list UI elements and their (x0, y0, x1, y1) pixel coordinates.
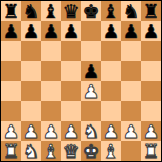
piece-white-pawn: ♟ (2, 121, 19, 141)
square-d8[interactable]: ♛ (61, 1, 81, 21)
square-g3[interactable] (121, 101, 141, 121)
square-g7[interactable]: ♟ (121, 21, 141, 41)
square-g6[interactable] (121, 41, 141, 61)
square-d7[interactable]: ♟ (61, 21, 81, 41)
square-e3[interactable] (81, 101, 101, 121)
square-f8[interactable]: ♝ (101, 1, 121, 21)
square-h6[interactable] (141, 41, 161, 61)
square-e4[interactable]: ♟ (81, 81, 101, 101)
square-e6[interactable] (81, 41, 101, 61)
square-g1[interactable] (121, 141, 141, 161)
square-a7[interactable]: ♟ (1, 21, 21, 41)
square-c8[interactable]: ♝ (41, 1, 61, 21)
square-h4[interactable] (141, 81, 161, 101)
piece-white-pawn: ♟ (142, 121, 159, 141)
square-d5[interactable] (61, 61, 81, 81)
square-d1[interactable]: ♛ (61, 141, 81, 161)
piece-black-pawn: ♟ (2, 21, 19, 41)
piece-black-knight: ♞ (22, 1, 39, 21)
square-h2[interactable]: ♟ (141, 121, 161, 141)
piece-black-rook: ♜ (142, 1, 159, 21)
piece-black-knight: ♞ (122, 1, 139, 21)
square-a8[interactable]: ♜ (1, 1, 21, 21)
square-c5[interactable] (41, 61, 61, 81)
square-e8[interactable]: ♚ (81, 1, 101, 21)
square-b8[interactable]: ♞ (21, 1, 41, 21)
square-f2[interactable]: ♟ (101, 121, 121, 141)
piece-white-king: ♚ (82, 141, 99, 161)
piece-white-pawn: ♟ (102, 121, 119, 141)
square-f3[interactable] (101, 101, 121, 121)
square-e7[interactable] (81, 21, 101, 41)
square-a5[interactable] (1, 61, 21, 81)
square-a4[interactable] (1, 81, 21, 101)
square-c1[interactable]: ♝ (41, 141, 61, 161)
square-b5[interactable] (21, 61, 41, 81)
square-f5[interactable] (101, 61, 121, 81)
square-f6[interactable] (101, 41, 121, 61)
piece-white-pawn: ♟ (42, 121, 59, 141)
piece-black-pawn: ♟ (122, 21, 139, 41)
piece-white-pawn: ♟ (22, 121, 39, 141)
square-d4[interactable] (61, 81, 81, 101)
square-f4[interactable] (101, 81, 121, 101)
piece-black-pawn: ♟ (82, 61, 99, 81)
square-d2[interactable]: ♟ (61, 121, 81, 141)
piece-white-rook: ♜ (142, 141, 159, 161)
piece-black-bishop: ♝ (42, 1, 59, 21)
square-g5[interactable] (121, 61, 141, 81)
square-b1[interactable]: ♞ (21, 141, 41, 161)
square-b7[interactable]: ♟ (21, 21, 41, 41)
square-f1[interactable]: ♝ (101, 141, 121, 161)
square-a6[interactable] (1, 41, 21, 61)
square-e2[interactable]: ♞ (81, 121, 101, 141)
square-a3[interactable] (1, 101, 21, 121)
square-c2[interactable]: ♟ (41, 121, 61, 141)
piece-black-bishop: ♝ (102, 1, 119, 21)
square-c7[interactable]: ♟ (41, 21, 61, 41)
square-b2[interactable]: ♟ (21, 121, 41, 141)
piece-black-pawn: ♟ (142, 21, 159, 41)
chess-board: ♜♞♝♛♚♝♞♜♟♟♟♟♟♟♟♟♟♟♟♟♟♞♟♟♟♜♞♝♛♚♝♜ (0, 0, 162, 162)
piece-black-rook: ♜ (2, 1, 19, 21)
square-c3[interactable] (41, 101, 61, 121)
piece-black-pawn: ♟ (62, 21, 79, 41)
square-d6[interactable] (61, 41, 81, 61)
piece-black-pawn: ♟ (42, 21, 59, 41)
square-c4[interactable] (41, 81, 61, 101)
square-e1[interactable]: ♚ (81, 141, 101, 161)
piece-white-bishop: ♝ (102, 141, 119, 161)
square-a2[interactable]: ♟ (1, 121, 21, 141)
square-g4[interactable] (121, 81, 141, 101)
piece-white-pawn: ♟ (82, 81, 99, 101)
square-h7[interactable]: ♟ (141, 21, 161, 41)
piece-white-knight: ♞ (22, 141, 39, 161)
square-f7[interactable]: ♟ (101, 21, 121, 41)
piece-white-bishop: ♝ (42, 141, 59, 161)
piece-white-queen: ♛ (62, 141, 79, 161)
square-d3[interactable] (61, 101, 81, 121)
piece-black-queen: ♛ (62, 1, 79, 21)
square-c6[interactable] (41, 41, 61, 61)
square-b4[interactable] (21, 81, 41, 101)
square-h5[interactable] (141, 61, 161, 81)
square-h1[interactable]: ♜ (141, 141, 161, 161)
piece-black-pawn: ♟ (22, 21, 39, 41)
piece-black-pawn: ♟ (102, 21, 119, 41)
square-h8[interactable]: ♜ (141, 1, 161, 21)
piece-white-pawn: ♟ (122, 121, 139, 141)
square-g2[interactable]: ♟ (121, 121, 141, 141)
square-b6[interactable] (21, 41, 41, 61)
piece-white-knight: ♞ (82, 121, 99, 141)
piece-black-king: ♚ (82, 1, 99, 21)
square-e5[interactable]: ♟ (81, 61, 101, 81)
piece-white-rook: ♜ (2, 141, 19, 161)
piece-white-pawn: ♟ (62, 121, 79, 141)
square-b3[interactable] (21, 101, 41, 121)
square-h3[interactable] (141, 101, 161, 121)
square-g8[interactable]: ♞ (121, 1, 141, 21)
square-a1[interactable]: ♜ (1, 141, 21, 161)
